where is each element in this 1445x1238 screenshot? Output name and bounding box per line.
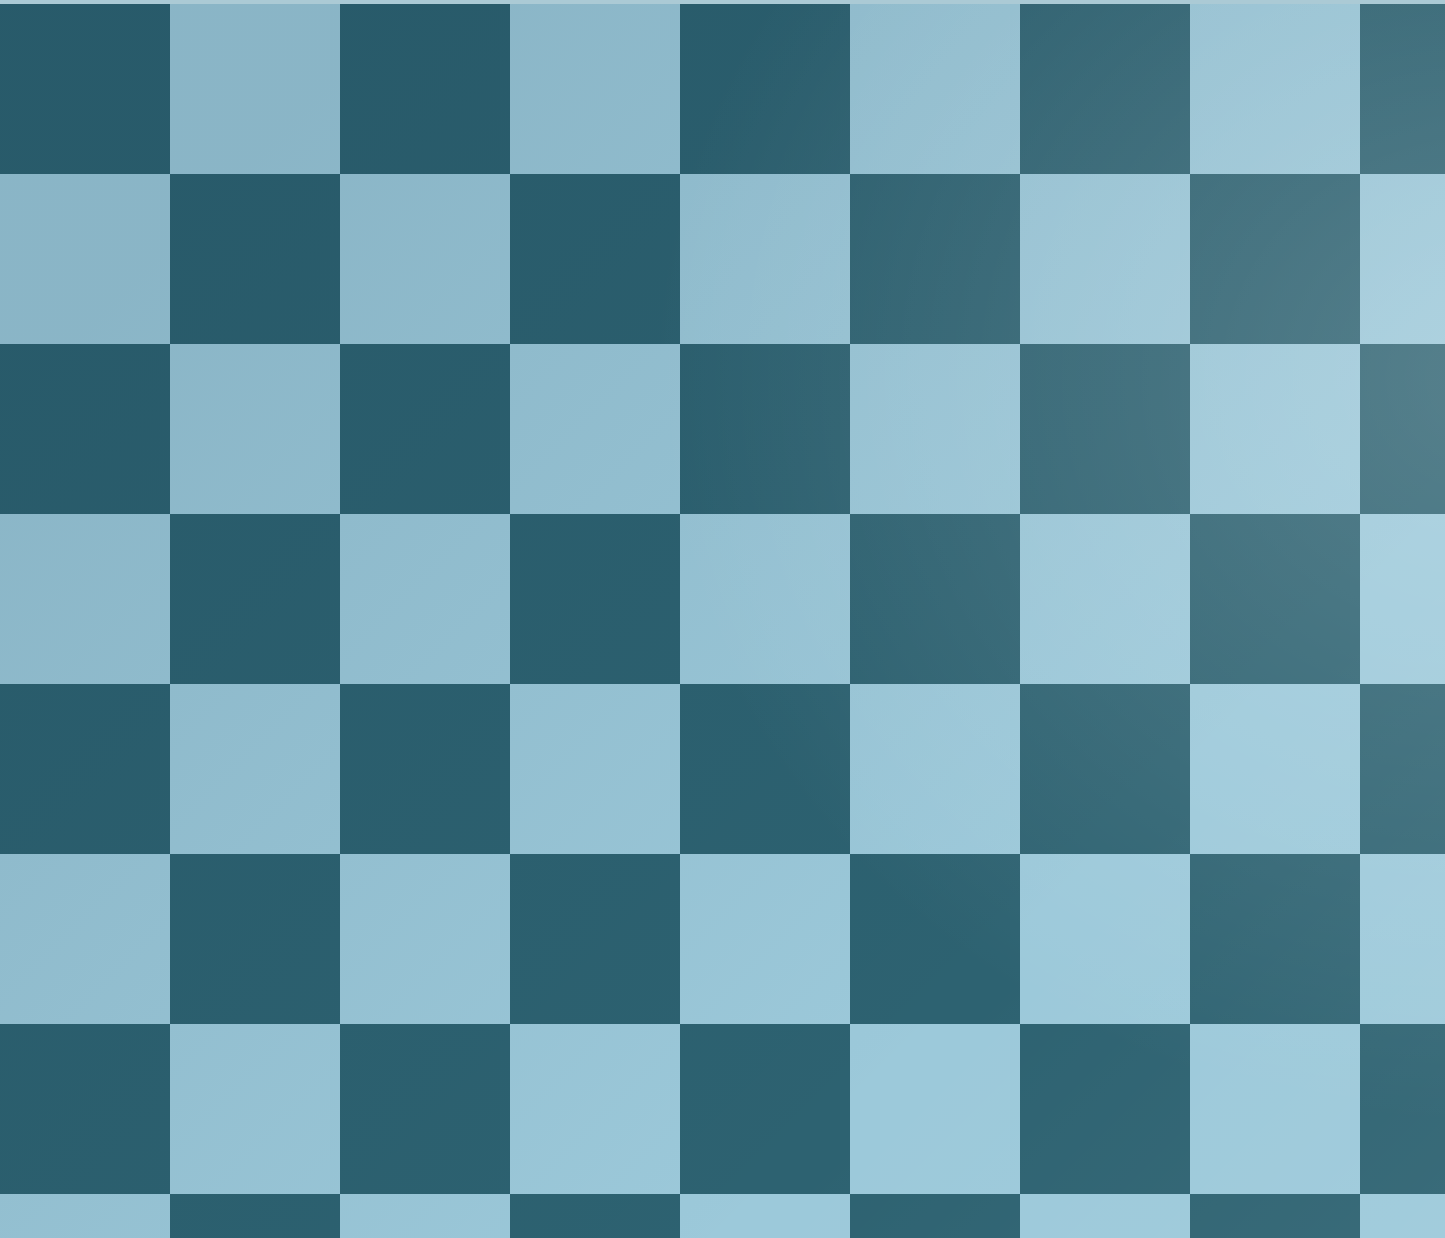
board-square-r4c8[interactable]: [1360, 684, 1445, 854]
board-square-r2c6[interactable]: [1020, 344, 1190, 514]
board-square-r5c7[interactable]: [1190, 854, 1360, 1024]
board-square-r5c5[interactable]: [850, 854, 1020, 1024]
board-square-r2c4[interactable]: [680, 344, 850, 514]
checkers-board: [0, 0, 1445, 1238]
board-square-r1c4[interactable]: [680, 174, 850, 344]
board-square-r3c8[interactable]: [1360, 514, 1445, 684]
board-square-r6c8[interactable]: [1360, 1024, 1445, 1194]
board-square-r1c2[interactable]: [340, 174, 510, 344]
board-square-r1c6[interactable]: [1020, 174, 1190, 344]
board-square-r0c1[interactable]: [170, 4, 340, 174]
board-square-r0c4[interactable]: [680, 4, 850, 174]
board-square-r1c5[interactable]: [850, 174, 1020, 344]
board-square-r5c0[interactable]: [0, 854, 170, 1024]
board-square-r4c7[interactable]: [1190, 684, 1360, 854]
board-square-r1c8[interactable]: [1360, 174, 1445, 344]
board-square-r4c2[interactable]: [340, 684, 510, 854]
board-square-r7c3[interactable]: [510, 1194, 680, 1238]
board-square-r2c7[interactable]: [1190, 344, 1360, 514]
board-square-r2c8[interactable]: [1360, 344, 1445, 514]
board-square-r6c0[interactable]: [0, 1024, 170, 1194]
board-square-r6c2[interactable]: [340, 1024, 510, 1194]
board-square-r7c1[interactable]: [170, 1194, 340, 1238]
board-square-r3c2[interactable]: [340, 514, 510, 684]
board-square-r5c6[interactable]: [1020, 854, 1190, 1024]
board-square-r2c3[interactable]: [510, 344, 680, 514]
board-square-r4c1[interactable]: [170, 684, 340, 854]
board-square-r1c3[interactable]: [510, 174, 680, 344]
board-square-r0c5[interactable]: [850, 4, 1020, 174]
board-square-r0c2[interactable]: [340, 4, 510, 174]
board-square-r2c0[interactable]: [0, 344, 170, 514]
board-square-r3c1[interactable]: [170, 514, 340, 684]
board-square-r6c4[interactable]: [680, 1024, 850, 1194]
board-square-r3c6[interactable]: [1020, 514, 1190, 684]
board-square-r2c1[interactable]: [170, 344, 340, 514]
board-square-r5c3[interactable]: [510, 854, 680, 1024]
board-square-r0c3[interactable]: [510, 4, 680, 174]
board-square-r7c5[interactable]: [850, 1194, 1020, 1238]
board-square-r5c2[interactable]: [340, 854, 510, 1024]
board-square-r3c0[interactable]: [0, 514, 170, 684]
board-square-r2c5[interactable]: [850, 344, 1020, 514]
board-square-r0c8[interactable]: [1360, 4, 1445, 174]
board-square-r6c6[interactable]: [1020, 1024, 1190, 1194]
board-square-r7c2[interactable]: [340, 1194, 510, 1238]
board-square-r1c1[interactable]: [170, 174, 340, 344]
board-square-r6c3[interactable]: [510, 1024, 680, 1194]
board-square-r5c4[interactable]: [680, 854, 850, 1024]
board-square-r6c5[interactable]: [850, 1024, 1020, 1194]
board-square-r4c5[interactable]: [850, 684, 1020, 854]
board-square-r3c4[interactable]: [680, 514, 850, 684]
board-square-r4c4[interactable]: [680, 684, 850, 854]
board-square-r7c6[interactable]: [1020, 1194, 1190, 1238]
board-square-r0c7[interactable]: [1190, 4, 1360, 174]
board-square-r1c7[interactable]: [1190, 174, 1360, 344]
product-photo-stage: [0, 0, 1445, 1238]
board-square-r3c7[interactable]: [1190, 514, 1360, 684]
board-square-r0c0[interactable]: [0, 4, 170, 174]
board-square-r7c4[interactable]: [680, 1194, 850, 1238]
board-square-r7c8[interactable]: [1360, 1194, 1445, 1238]
board-square-r1c0[interactable]: [0, 174, 170, 344]
board-square-r5c8[interactable]: [1360, 854, 1445, 1024]
board-square-r4c6[interactable]: [1020, 684, 1190, 854]
board-square-r6c7[interactable]: [1190, 1024, 1360, 1194]
board-square-r4c3[interactable]: [510, 684, 680, 854]
board-square-r7c0[interactable]: [0, 1194, 170, 1238]
board-square-r2c2[interactable]: [340, 344, 510, 514]
board-square-r3c5[interactable]: [850, 514, 1020, 684]
board-square-r4c0[interactable]: [0, 684, 170, 854]
board-square-r7c7[interactable]: [1190, 1194, 1360, 1238]
board-square-r5c1[interactable]: [170, 854, 340, 1024]
board-square-r6c1[interactable]: [170, 1024, 340, 1194]
board-square-r3c3[interactable]: [510, 514, 680, 684]
board-square-r0c6[interactable]: [1020, 4, 1190, 174]
